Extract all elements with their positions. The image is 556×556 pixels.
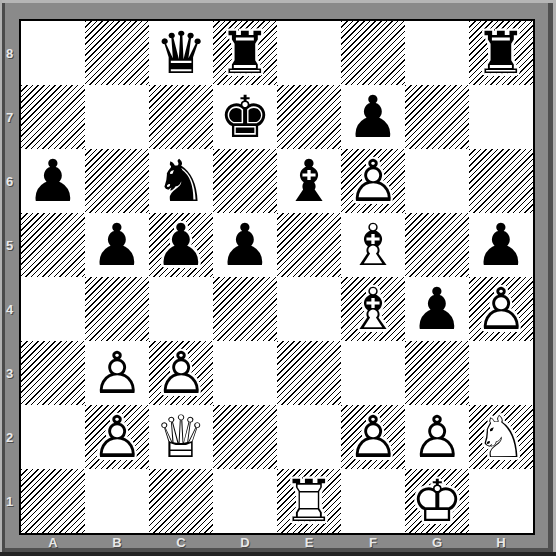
square-f6[interactable]: ♟♙: [341, 149, 405, 213]
square-g7[interactable]: [405, 85, 469, 149]
black-pawn-d5[interactable]: ♟♟: [213, 213, 277, 277]
frame-bevel-bottom-edge: [0, 552, 556, 556]
chess-board[interactable]: ♛♛♜♜♜♜♚♚♟♟♟♟♞♞♝♝♟♙♟♟♟♟♟♟♝♗♟♟♝♗♟♟♟♙♟♙♟♙♟♙…: [19, 19, 535, 535]
square-e6[interactable]: ♝♝: [277, 149, 341, 213]
white-pawn-g2[interactable]: ♟♙: [405, 405, 469, 469]
square-h3[interactable]: [469, 341, 533, 405]
square-g3[interactable]: [405, 341, 469, 405]
square-f7[interactable]: ♟♟: [341, 85, 405, 149]
square-b4[interactable]: [85, 277, 149, 341]
square-g2[interactable]: ♟♙: [405, 405, 469, 469]
file-label-g: G: [405, 533, 469, 552]
square-a6[interactable]: ♟♟: [21, 149, 85, 213]
square-e1[interactable]: ♜♖: [277, 469, 341, 533]
square-f8[interactable]: [341, 21, 405, 85]
square-h5[interactable]: ♟♟: [469, 213, 533, 277]
rank-label-7: 7: [0, 85, 19, 149]
square-h2[interactable]: ♞♘: [469, 405, 533, 469]
square-d8[interactable]: ♜♜: [213, 21, 277, 85]
square-e4[interactable]: [277, 277, 341, 341]
square-h8[interactable]: ♜♜: [469, 21, 533, 85]
square-c1[interactable]: [149, 469, 213, 533]
square-h6[interactable]: [469, 149, 533, 213]
file-labels: A B C D E F G H: [21, 533, 533, 552]
square-d7[interactable]: ♚♚: [213, 85, 277, 149]
square-f1[interactable]: [341, 469, 405, 533]
square-a2[interactable]: [21, 405, 85, 469]
file-label-e: E: [277, 533, 341, 552]
square-e8[interactable]: [277, 21, 341, 85]
square-e2[interactable]: [277, 405, 341, 469]
frame-bevel-top-highlight: [0, 0, 556, 3]
rank-label-8: 8: [0, 21, 19, 85]
square-b8[interactable]: [85, 21, 149, 85]
square-e7[interactable]: [277, 85, 341, 149]
white-pawn-b2[interactable]: ♟♙: [85, 405, 149, 469]
white-bishop-f4[interactable]: ♝♗: [341, 277, 405, 341]
square-b3[interactable]: ♟♙: [85, 341, 149, 405]
black-bishop-e6[interactable]: ♝♝: [277, 149, 341, 213]
square-h1[interactable]: [469, 469, 533, 533]
square-c5[interactable]: ♟♟: [149, 213, 213, 277]
black-king-d7[interactable]: ♚♚: [213, 85, 277, 149]
square-c6[interactable]: ♞♞: [149, 149, 213, 213]
white-queen-c2[interactable]: ♛♕: [149, 405, 213, 469]
square-e3[interactable]: [277, 341, 341, 405]
rank-label-1: 1: [0, 469, 19, 533]
black-rook-d8[interactable]: ♜♜: [213, 21, 277, 85]
rank-label-2: 2: [0, 405, 19, 469]
file-label-b: B: [85, 533, 149, 552]
square-b6[interactable]: [85, 149, 149, 213]
white-pawn-h4[interactable]: ♟♙: [469, 277, 533, 341]
rank-label-4: 4: [0, 277, 19, 341]
rank-label-3: 3: [0, 341, 19, 405]
black-rook-h8[interactable]: ♜♜: [469, 21, 533, 85]
file-label-d: D: [213, 533, 277, 552]
square-g5[interactable]: [405, 213, 469, 277]
square-c2[interactable]: ♛♕: [149, 405, 213, 469]
square-a7[interactable]: [21, 85, 85, 149]
square-d5[interactable]: ♟♟: [213, 213, 277, 277]
white-knight-h2[interactable]: ♞♘: [469, 405, 533, 469]
square-c8[interactable]: ♛♛: [149, 21, 213, 85]
square-g4[interactable]: ♟♟: [405, 277, 469, 341]
white-pawn-f2[interactable]: ♟♙: [341, 405, 405, 469]
rank-label-6: 6: [0, 149, 19, 213]
square-d4[interactable]: [213, 277, 277, 341]
square-c3[interactable]: ♟♙: [149, 341, 213, 405]
square-d6[interactable]: [213, 149, 277, 213]
square-a3[interactable]: [21, 341, 85, 405]
white-rook-e1[interactable]: ♜♖: [277, 469, 341, 533]
square-c7[interactable]: [149, 85, 213, 149]
black-pawn-c5[interactable]: ♟♟: [149, 213, 213, 277]
square-g6[interactable]: [405, 149, 469, 213]
black-pawn-f7[interactable]: ♟♟: [341, 85, 405, 149]
square-a4[interactable]: [21, 277, 85, 341]
square-a1[interactable]: [21, 469, 85, 533]
black-pawn-b5[interactable]: ♟♟: [85, 213, 149, 277]
square-d3[interactable]: [213, 341, 277, 405]
square-d1[interactable]: [213, 469, 277, 533]
square-b5[interactable]: ♟♟: [85, 213, 149, 277]
rank-label-5: 5: [0, 213, 19, 277]
square-e5[interactable]: [277, 213, 341, 277]
square-b1[interactable]: [85, 469, 149, 533]
black-pawn-a6[interactable]: ♟♟: [21, 149, 85, 213]
file-label-c: C: [149, 533, 213, 552]
black-queen-c8[interactable]: ♛♛: [149, 21, 213, 85]
white-pawn-f6[interactable]: ♟♙: [341, 149, 405, 213]
file-label-h: H: [469, 533, 533, 552]
square-h4[interactable]: ♟♙: [469, 277, 533, 341]
square-d2[interactable]: [213, 405, 277, 469]
rank-labels: 8 7 6 5 4 3 2 1: [0, 21, 19, 533]
black-knight-c6[interactable]: ♞♞: [149, 149, 213, 213]
white-bishop-f5[interactable]: ♝♗: [341, 213, 405, 277]
square-f2[interactable]: ♟♙: [341, 405, 405, 469]
square-g1[interactable]: ♚♔: [405, 469, 469, 533]
square-f5[interactable]: ♝♗: [341, 213, 405, 277]
square-f4[interactable]: ♝♗: [341, 277, 405, 341]
square-b2[interactable]: ♟♙: [85, 405, 149, 469]
square-a5[interactable]: [21, 213, 85, 277]
file-label-f: F: [341, 533, 405, 552]
black-pawn-h5[interactable]: ♟♟: [469, 213, 533, 277]
square-a8[interactable]: [21, 21, 85, 85]
square-b7[interactable]: [85, 85, 149, 149]
white-pawn-c3[interactable]: ♟♙: [149, 341, 213, 405]
square-c4[interactable]: [149, 277, 213, 341]
square-g8[interactable]: [405, 21, 469, 85]
white-pawn-b3[interactable]: ♟♙: [85, 341, 149, 405]
white-king-g1[interactable]: ♚♔: [405, 469, 469, 533]
square-f3[interactable]: [341, 341, 405, 405]
black-pawn-g4[interactable]: ♟♟: [405, 277, 469, 341]
square-h7[interactable]: [469, 85, 533, 149]
file-label-a: A: [21, 533, 85, 552]
